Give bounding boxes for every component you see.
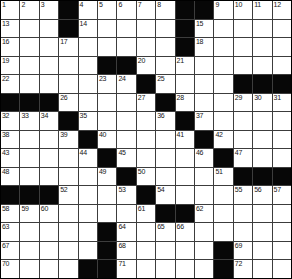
cell-r15c1[interactable]: 70 — [1, 260, 19, 278]
cell-r7c3[interactable]: 34 — [40, 112, 58, 130]
clue-number-59: 59 — [21, 205, 28, 213]
clue-number-64: 64 — [118, 223, 125, 231]
cell-r2c2[interactable] — [20, 20, 38, 38]
cell-r12c7[interactable] — [117, 205, 135, 223]
cell-r8c14[interactable] — [253, 131, 271, 149]
cell-r7c6[interactable] — [98, 112, 116, 130]
cell-r13c12[interactable] — [214, 223, 232, 241]
cell-r13c4[interactable] — [59, 223, 77, 241]
cell-r13c8[interactable] — [137, 223, 155, 241]
cell-r6c14[interactable]: 30 — [253, 94, 271, 112]
cell-r2c5[interactable]: 14 — [79, 20, 97, 38]
cell-r2c3[interactable] — [40, 20, 58, 38]
clue-number-54: 54 — [157, 186, 164, 194]
clue-number-44: 44 — [80, 149, 87, 157]
cell-r8c7[interactable] — [117, 131, 135, 149]
cell-r8c6[interactable]: 40 — [98, 131, 116, 149]
clue-number-67: 67 — [2, 242, 9, 250]
cell-r8c12[interactable]: 42 — [214, 131, 232, 149]
clue-number-9: 9 — [215, 1, 219, 9]
cell-r4c3[interactable] — [40, 57, 58, 75]
clue-number-10: 10 — [235, 1, 242, 9]
cell-r8c13[interactable] — [234, 131, 252, 149]
cell-r2c8[interactable] — [137, 20, 155, 38]
clue-number-8: 8 — [157, 1, 161, 9]
block-cell-r7c10 — [176, 112, 194, 130]
cell-r9c10[interactable] — [176, 149, 194, 167]
cell-r4c4[interactable] — [59, 57, 77, 75]
clue-number-71: 71 — [118, 260, 125, 268]
cell-r13c5[interactable] — [79, 223, 97, 241]
cell-r2c1[interactable]: 13 — [1, 20, 19, 38]
cell-r11c5[interactable] — [79, 186, 97, 204]
cell-r1c1[interactable]: 1 — [1, 1, 19, 19]
cell-r6c11[interactable] — [195, 94, 213, 112]
block-cell-r1c10 — [176, 1, 194, 19]
clue-number-36: 36 — [157, 112, 164, 120]
cell-r12c13[interactable] — [234, 205, 252, 223]
block-cell-r12c9 — [156, 205, 174, 223]
clue-number-14: 14 — [80, 20, 87, 28]
cell-r4c15[interactable] — [273, 57, 291, 75]
cell-r12c3[interactable]: 60 — [40, 205, 58, 223]
cell-r11c4[interactable]: 52 — [59, 186, 77, 204]
cell-r11c13[interactable]: 55 — [234, 186, 252, 204]
cell-r5c4[interactable] — [59, 75, 77, 93]
cell-r3c15[interactable] — [273, 38, 291, 56]
cell-r14c11[interactable] — [195, 242, 213, 260]
block-cell-r10c14 — [253, 168, 271, 186]
cell-r1c8[interactable]: 7 — [137, 1, 155, 19]
clue-number-16: 16 — [2, 38, 9, 46]
cell-r9c11[interactable]: 46 — [195, 149, 213, 167]
cell-r4c1[interactable]: 19 — [1, 57, 19, 75]
cell-r10c2[interactable] — [20, 168, 38, 186]
clue-number-21: 21 — [177, 57, 184, 65]
cell-r8c15[interactable] — [273, 131, 291, 149]
cell-r3c7[interactable] — [117, 38, 135, 56]
cell-r7c14[interactable] — [253, 112, 271, 130]
block-cell-r8c11 — [195, 131, 213, 149]
cell-r2c11[interactable]: 15 — [195, 20, 213, 38]
cell-r5c7[interactable]: 24 — [117, 75, 135, 93]
block-cell-r9c12 — [214, 149, 232, 167]
clue-number-24: 24 — [118, 75, 125, 83]
cell-r4c2[interactable] — [20, 57, 38, 75]
cell-r10c10[interactable] — [176, 168, 194, 186]
cell-r2c13[interactable] — [234, 20, 252, 38]
cell-r1c13[interactable]: 10 — [234, 1, 252, 19]
cell-r11c12[interactable] — [214, 186, 232, 204]
clue-number-28: 28 — [177, 94, 184, 102]
clue-number-63: 63 — [2, 223, 9, 231]
cell-r6c10[interactable]: 28 — [176, 94, 194, 112]
clue-number-6: 6 — [118, 1, 122, 9]
cell-r13c7[interactable]: 64 — [117, 223, 135, 241]
cell-r12c8[interactable]: 61 — [137, 205, 155, 223]
cell-r5c11[interactable] — [195, 75, 213, 93]
cell-r10c8[interactable]: 50 — [137, 168, 155, 186]
cell-r2c7[interactable] — [117, 20, 135, 38]
cell-r3c3[interactable] — [40, 38, 58, 56]
block-cell-r7c4 — [59, 112, 77, 130]
clue-number-13: 13 — [2, 20, 9, 28]
cell-r8c4[interactable]: 39 — [59, 131, 77, 149]
block-cell-r15c6 — [98, 260, 116, 278]
cell-r1c9[interactable]: 8 — [156, 1, 174, 19]
cell-r14c10[interactable] — [176, 242, 194, 260]
cell-r5c6[interactable]: 23 — [98, 75, 116, 93]
block-cell-r6c1 — [1, 94, 19, 112]
cell-r5c1[interactable]: 22 — [1, 75, 19, 93]
clue-number-55: 55 — [235, 186, 242, 194]
cell-r15c10[interactable] — [176, 260, 194, 278]
clue-number-37: 37 — [196, 112, 203, 120]
clue-number-42: 42 — [215, 131, 222, 139]
cell-r3c12[interactable] — [214, 38, 232, 56]
clue-number-47: 47 — [235, 149, 242, 157]
clue-number-56: 56 — [254, 186, 261, 194]
block-cell-r5c14 — [253, 75, 271, 93]
clue-number-25: 25 — [157, 75, 164, 83]
clue-number-20: 20 — [138, 57, 145, 65]
cell-r15c8[interactable] — [137, 260, 155, 278]
clue-number-40: 40 — [99, 131, 106, 139]
cell-r9c8[interactable] — [137, 149, 155, 167]
cell-r14c5[interactable] — [79, 242, 97, 260]
cell-r14c9[interactable] — [156, 242, 174, 260]
clue-number-49: 49 — [99, 168, 106, 176]
cell-r10c6[interactable]: 49 — [98, 168, 116, 186]
cell-r3c4[interactable]: 17 — [59, 38, 77, 56]
cell-r9c15[interactable] — [273, 149, 291, 167]
clue-number-27: 27 — [138, 94, 145, 102]
clue-number-51: 51 — [215, 168, 222, 176]
cell-r6c5[interactable] — [79, 94, 97, 112]
cell-r4c5[interactable] — [79, 57, 97, 75]
cell-r12c6[interactable] — [98, 205, 116, 223]
cell-r10c1[interactable]: 48 — [1, 168, 19, 186]
cell-r15c11[interactable] — [195, 260, 213, 278]
cell-r5c5[interactable] — [79, 75, 97, 93]
cell-r7c7[interactable] — [117, 112, 135, 130]
cell-r1c7[interactable]: 6 — [117, 1, 135, 19]
clue-number-5: 5 — [99, 1, 103, 9]
clue-number-58: 58 — [2, 205, 9, 213]
cell-r4c13[interactable] — [234, 57, 252, 75]
block-cell-r3c10 — [176, 38, 194, 56]
cell-r1c5[interactable]: 4 — [79, 1, 97, 19]
clue-number-43: 43 — [2, 149, 9, 157]
clue-number-72: 72 — [235, 260, 242, 268]
cell-r6c8[interactable]: 27 — [137, 94, 155, 112]
cell-r12c5[interactable] — [79, 205, 97, 223]
cell-r10c4[interactable] — [59, 168, 77, 186]
clue-number-41: 41 — [177, 131, 184, 139]
clue-number-45: 45 — [118, 149, 125, 157]
cell-r12c1[interactable]: 58 — [1, 205, 19, 223]
block-cell-r10c13 — [234, 168, 252, 186]
cell-r7c8[interactable] — [137, 112, 155, 130]
block-cell-r4c6 — [98, 57, 116, 75]
cell-r11c10[interactable] — [176, 186, 194, 204]
block-cell-r15c12 — [214, 260, 232, 278]
clue-number-70: 70 — [2, 260, 9, 268]
block-cell-r2c4 — [59, 20, 77, 38]
cell-r12c4[interactable] — [59, 205, 77, 223]
cell-r4c8[interactable]: 20 — [137, 57, 155, 75]
cell-r11c15[interactable]: 57 — [273, 186, 291, 204]
cell-r10c12[interactable]: 51 — [214, 168, 232, 186]
cell-r12c15[interactable] — [273, 205, 291, 223]
clue-number-60: 60 — [41, 205, 48, 213]
block-cell-r14c6 — [98, 242, 116, 260]
cell-r2c14[interactable] — [253, 20, 271, 38]
cell-r5c3[interactable] — [40, 75, 58, 93]
clue-number-19: 19 — [2, 57, 9, 65]
cell-r6c4[interactable]: 26 — [59, 94, 77, 112]
cell-r13c13[interactable] — [234, 223, 252, 241]
clue-number-57: 57 — [274, 186, 281, 194]
cell-r9c9[interactable] — [156, 149, 174, 167]
clue-number-23: 23 — [99, 75, 106, 83]
clue-number-61: 61 — [138, 205, 145, 213]
cell-r13c2[interactable] — [20, 223, 38, 241]
clue-number-1: 1 — [2, 1, 6, 9]
cell-r13c10[interactable]: 66 — [176, 223, 194, 241]
clue-number-30: 30 — [254, 94, 261, 102]
clue-number-32: 32 — [2, 112, 9, 120]
cell-r12c12[interactable] — [214, 205, 232, 223]
block-cell-r15c5 — [79, 260, 97, 278]
cell-r13c14[interactable] — [253, 223, 271, 241]
cell-r13c1[interactable]: 63 — [1, 223, 19, 241]
cell-r12c11[interactable]: 62 — [195, 205, 213, 223]
cell-r3c6[interactable] — [98, 38, 116, 56]
clue-number-52: 52 — [60, 186, 67, 194]
cell-r4c11[interactable] — [195, 57, 213, 75]
cell-r14c1[interactable]: 67 — [1, 242, 19, 260]
cell-r13c3[interactable] — [40, 223, 58, 241]
cell-r9c14[interactable] — [253, 149, 271, 167]
cell-r1c14[interactable]: 11 — [253, 1, 271, 19]
clue-number-68: 68 — [118, 242, 125, 250]
clue-number-17: 17 — [60, 38, 67, 46]
cell-r7c11[interactable]: 37 — [195, 112, 213, 130]
cell-r5c10[interactable] — [176, 75, 194, 93]
cell-r4c10[interactable]: 21 — [176, 57, 194, 75]
cell-r10c11[interactable] — [195, 168, 213, 186]
cell-r5c9[interactable]: 25 — [156, 75, 174, 93]
cell-r7c15[interactable] — [273, 112, 291, 130]
clue-number-26: 26 — [60, 94, 67, 102]
cell-r9c7[interactable]: 45 — [117, 149, 135, 167]
clue-number-46: 46 — [196, 149, 203, 157]
cell-r8c3[interactable] — [40, 131, 58, 149]
clue-number-15: 15 — [196, 20, 203, 28]
block-cell-r8c5 — [79, 131, 97, 149]
block-cell-r14c12 — [214, 242, 232, 260]
cell-r1c2[interactable]: 2 — [20, 1, 38, 19]
block-cell-r6c3 — [40, 94, 58, 112]
block-cell-r11c8 — [137, 186, 155, 204]
cell-r3c13[interactable] — [234, 38, 252, 56]
cell-r13c9[interactable]: 65 — [156, 223, 174, 241]
cell-r8c10[interactable]: 41 — [176, 131, 194, 149]
clue-number-69: 69 — [235, 242, 242, 250]
cell-r9c5[interactable]: 44 — [79, 149, 97, 167]
clue-number-38: 38 — [2, 131, 9, 139]
cell-r14c3[interactable] — [40, 242, 58, 260]
cell-r12c14[interactable] — [253, 205, 271, 223]
block-cell-r6c2 — [20, 94, 38, 112]
block-cell-r6c9 — [156, 94, 174, 112]
clue-number-66: 66 — [177, 223, 184, 231]
clue-number-7: 7 — [138, 1, 142, 9]
clue-number-34: 34 — [41, 112, 48, 120]
block-cell-r2c10 — [176, 20, 194, 38]
cell-r4c14[interactable] — [253, 57, 271, 75]
cell-r6c6[interactable] — [98, 94, 116, 112]
cell-r9c4[interactable] — [59, 149, 77, 167]
cell-r15c9[interactable] — [156, 260, 174, 278]
block-cell-r5c8 — [137, 75, 155, 93]
cell-r3c5[interactable] — [79, 38, 97, 56]
cell-r6c15[interactable]: 31 — [273, 94, 291, 112]
block-cell-r13c6 — [98, 223, 116, 241]
cell-r2c9[interactable] — [156, 20, 174, 38]
cell-r9c2[interactable] — [20, 149, 38, 167]
cell-r7c2[interactable]: 33 — [20, 112, 38, 130]
block-cell-r10c15 — [273, 168, 291, 186]
cell-r9c1[interactable]: 43 — [1, 149, 19, 167]
clue-number-2: 2 — [21, 1, 25, 9]
cell-r11c9[interactable]: 54 — [156, 186, 174, 204]
clue-number-33: 33 — [21, 112, 28, 120]
cell-r11c14[interactable]: 56 — [253, 186, 271, 204]
cell-r7c1[interactable]: 32 — [1, 112, 19, 130]
cell-r2c6[interactable] — [98, 20, 116, 38]
cell-r7c5[interactable]: 35 — [79, 112, 97, 130]
cell-r15c13[interactable]: 72 — [234, 260, 252, 278]
cell-r14c15[interactable] — [273, 242, 291, 260]
clue-number-48: 48 — [2, 168, 9, 176]
cell-r11c7[interactable]: 53 — [117, 186, 135, 204]
cell-r1c15[interactable]: 12 — [273, 1, 291, 19]
cell-r8c1[interactable]: 38 — [1, 131, 19, 149]
cell-r15c4[interactable] — [59, 260, 77, 278]
cell-r1c12[interactable]: 9 — [214, 1, 232, 19]
cell-r14c7[interactable]: 68 — [117, 242, 135, 260]
cell-r8c2[interactable] — [20, 131, 38, 149]
cell-r4c9[interactable] — [156, 57, 174, 75]
cell-r5c2[interactable] — [20, 75, 38, 93]
cell-r4c12[interactable] — [214, 57, 232, 75]
cell-r3c14[interactable] — [253, 38, 271, 56]
cell-r10c3[interactable] — [40, 168, 58, 186]
cell-r15c7[interactable]: 71 — [117, 260, 135, 278]
clue-number-65: 65 — [157, 223, 164, 231]
block-cell-r5c13 — [234, 75, 252, 93]
cell-r15c3[interactable] — [40, 260, 58, 278]
cell-r13c11[interactable] — [195, 223, 213, 241]
cell-r14c13[interactable]: 69 — [234, 242, 252, 260]
cell-r11c11[interactable] — [195, 186, 213, 204]
block-cell-r11c3 — [40, 186, 58, 204]
block-cell-r1c11 — [195, 1, 213, 19]
clue-number-29: 29 — [235, 94, 242, 102]
cell-r7c12[interactable] — [214, 112, 232, 130]
clue-number-11: 11 — [254, 1, 261, 9]
cell-r6c12[interactable] — [214, 94, 232, 112]
cell-r14c4[interactable] — [59, 242, 77, 260]
cell-r3c8[interactable] — [137, 38, 155, 56]
cell-r1c3[interactable]: 3 — [40, 1, 58, 19]
block-cell-r5c15 — [273, 75, 291, 93]
block-cell-r11c1 — [1, 186, 19, 204]
cell-r5c12[interactable] — [214, 75, 232, 93]
clue-number-53: 53 — [118, 186, 125, 194]
cell-r13c15[interactable] — [273, 223, 291, 241]
cell-r14c8[interactable] — [137, 242, 155, 260]
block-cell-r4c7 — [117, 57, 135, 75]
cell-r7c13[interactable] — [234, 112, 252, 130]
clue-number-50: 50 — [138, 168, 145, 176]
block-cell-r11c2 — [20, 186, 38, 204]
cell-r3c1[interactable]: 16 — [1, 38, 19, 56]
clue-number-3: 3 — [41, 1, 45, 9]
block-cell-r1c4 — [59, 1, 77, 19]
clue-number-35: 35 — [80, 112, 87, 120]
clue-number-62: 62 — [196, 205, 203, 213]
cell-r3c9[interactable] — [156, 38, 174, 56]
cell-r6c13[interactable]: 29 — [234, 94, 252, 112]
cell-r2c15[interactable] — [273, 20, 291, 38]
cell-r15c2[interactable] — [20, 260, 38, 278]
block-cell-r10c7 — [117, 168, 135, 186]
cell-r8c9[interactable] — [156, 131, 174, 149]
cell-r14c14[interactable] — [253, 242, 271, 260]
crossword-grid: 1234567891011121314151617181920212223242… — [0, 0, 292, 279]
cell-r11c6[interactable] — [98, 186, 116, 204]
clue-number-18: 18 — [196, 38, 203, 46]
cell-r12c2[interactable]: 59 — [20, 205, 38, 223]
cell-r10c5[interactable] — [79, 168, 97, 186]
clue-number-22: 22 — [2, 75, 9, 83]
cell-r3c2[interactable] — [20, 38, 38, 56]
block-cell-r12c10 — [176, 205, 194, 223]
block-cell-r9c6 — [98, 149, 116, 167]
cell-r6c7[interactable] — [117, 94, 135, 112]
clue-number-39: 39 — [60, 131, 67, 139]
cell-r15c15[interactable] — [273, 260, 291, 278]
cell-r8c8[interactable] — [137, 131, 155, 149]
cell-r1c6[interactable]: 5 — [98, 1, 116, 19]
clue-number-31: 31 — [274, 94, 281, 102]
cell-r14c2[interactable] — [20, 242, 38, 260]
clue-number-12: 12 — [274, 1, 281, 9]
cell-r9c3[interactable] — [40, 149, 58, 167]
cell-r3c11[interactable]: 18 — [195, 38, 213, 56]
cell-r2c12[interactable] — [214, 20, 232, 38]
clue-number-4: 4 — [80, 1, 84, 9]
cell-r15c14[interactable] — [253, 260, 271, 278]
cell-r9c13[interactable]: 47 — [234, 149, 252, 167]
cell-r7c9[interactable]: 36 — [156, 112, 174, 130]
cell-r10c9[interactable] — [156, 168, 174, 186]
